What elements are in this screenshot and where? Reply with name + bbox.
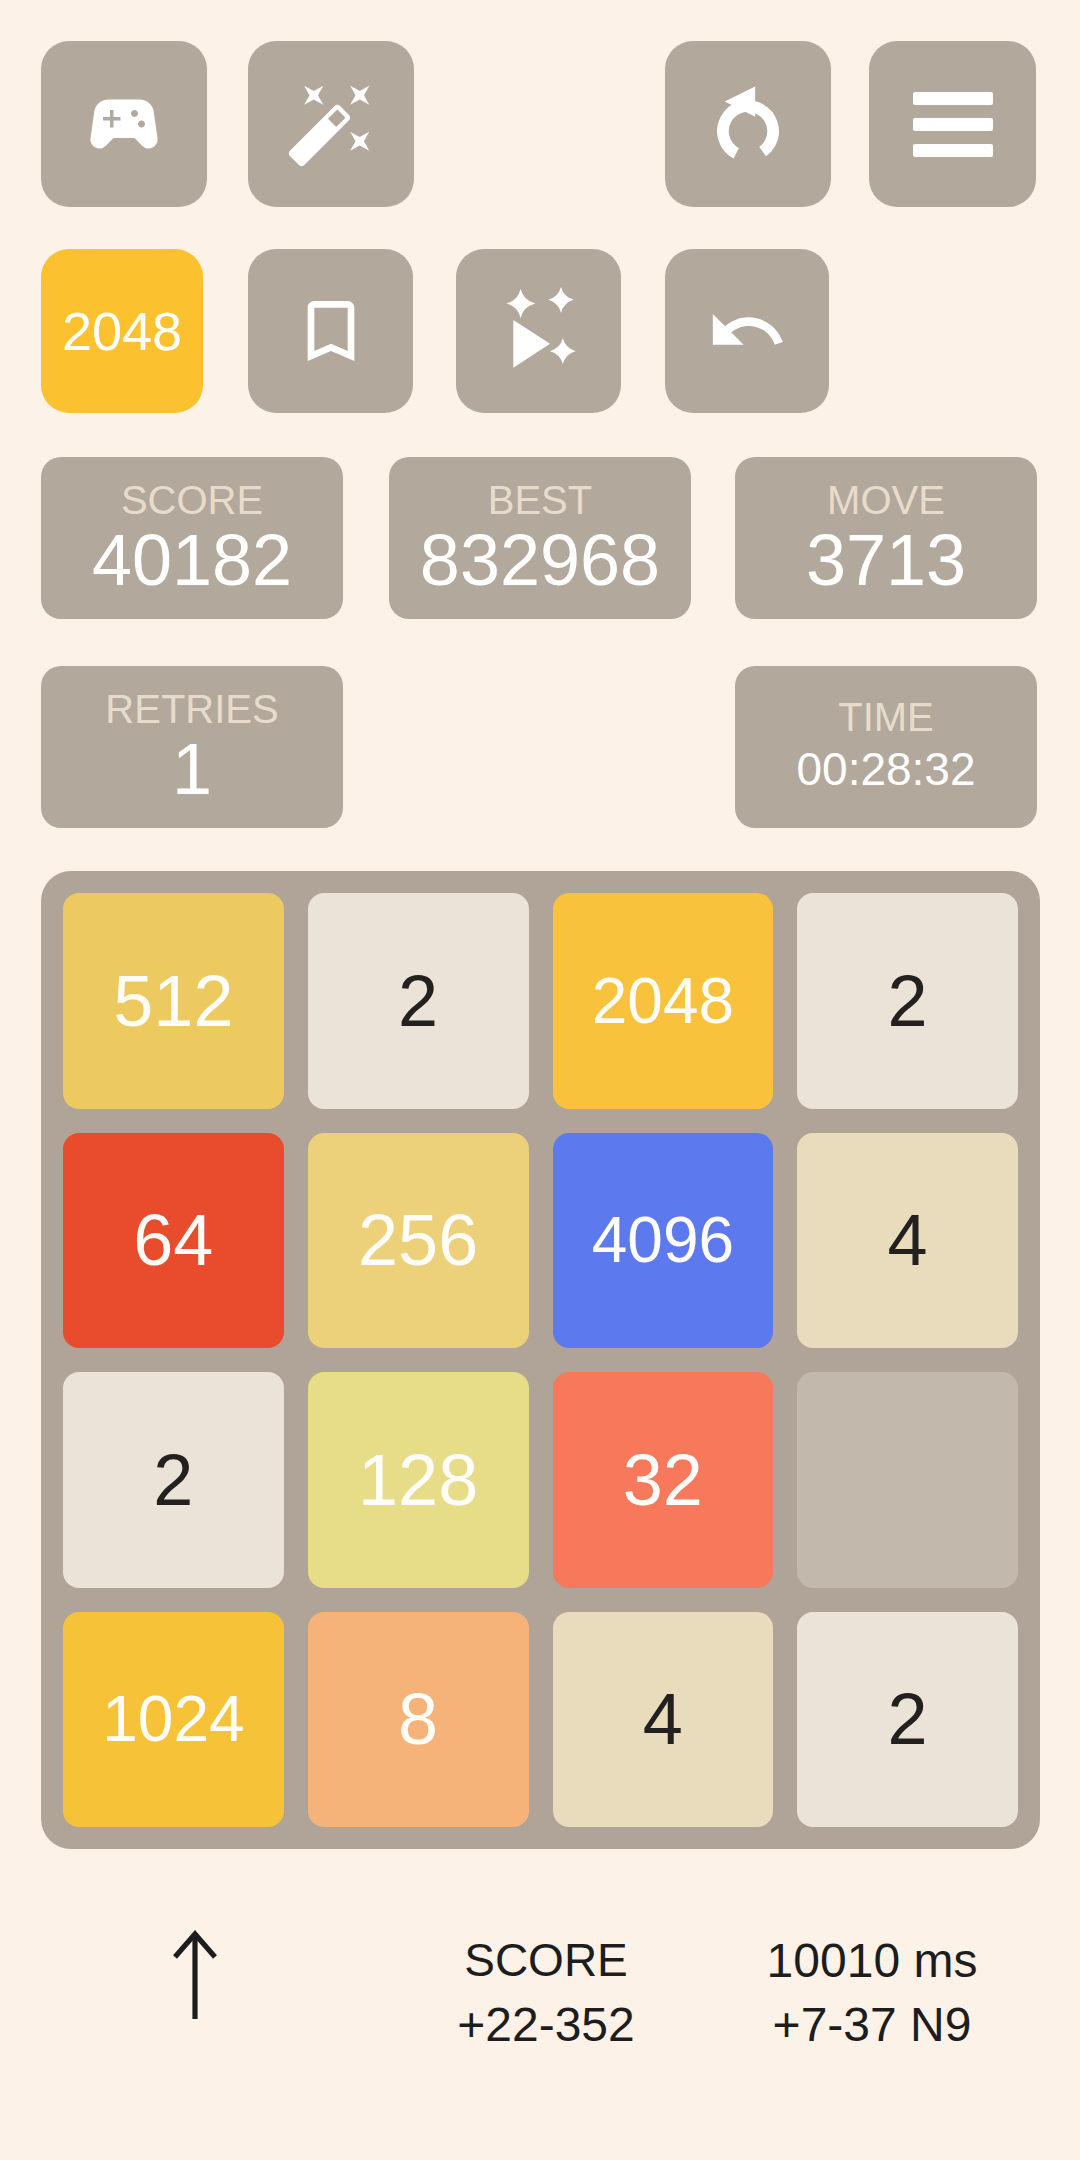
bookmark-button[interactable] [248, 249, 413, 413]
tile-128: 128 [308, 1372, 529, 1588]
board[interactable]: 51222048264256409642128321024842 [41, 871, 1040, 1849]
tile-4096: 4096 [553, 1133, 774, 1349]
tile-value: 512 [113, 965, 233, 1037]
restart-icon [705, 81, 791, 167]
tile-32: 32 [553, 1372, 774, 1588]
tile-value: 8 [398, 1683, 438, 1755]
tile-value: 4 [888, 1204, 928, 1276]
footer-score-block: SCORE +22-352 [396, 1928, 696, 2056]
tile-value: 2048 [592, 969, 734, 1033]
time-label: TIME [838, 694, 934, 740]
move-value: 3713 [806, 523, 966, 599]
score-box: SCORE 40182 [41, 457, 343, 619]
footer-tile-change: +7-37 N9 [773, 1992, 972, 2056]
empty-cell [797, 1372, 1018, 1588]
retries-label: RETRIES [105, 686, 278, 732]
tile-8: 8 [308, 1612, 529, 1828]
retries-value: 1 [172, 732, 212, 808]
tile-value: 1024 [102, 1687, 244, 1751]
up-arrow-icon [163, 1927, 227, 2023]
footer-time-ms: 10010 ms [767, 1928, 978, 1992]
new-game-2048-button[interactable]: 2048 [41, 249, 203, 413]
tile-value: 4096 [592, 1208, 734, 1272]
autoplay-button[interactable] [456, 249, 621, 413]
time-box: TIME 00:28:32 [735, 666, 1037, 828]
gamepad-icon [82, 82, 166, 166]
move-box: MOVE 3713 [735, 457, 1037, 619]
menu-icon [913, 92, 993, 157]
undo-icon [706, 290, 788, 372]
menu-button[interactable] [869, 41, 1036, 207]
best-label: BEST [488, 477, 592, 523]
tile-2048: 2048 [553, 893, 774, 1109]
hint-wand-button[interactable] [248, 41, 414, 207]
new-game-label: 2048 [62, 300, 182, 362]
tile-value: 32 [623, 1444, 703, 1516]
tile-2: 2 [63, 1372, 284, 1588]
tile-value: 256 [358, 1204, 478, 1276]
tile-value: 2 [888, 1683, 928, 1755]
move-label: MOVE [827, 477, 945, 523]
score-label: SCORE [121, 477, 263, 523]
time-value: 00:28:32 [796, 740, 975, 800]
tile-4: 4 [797, 1133, 1018, 1349]
tile-value: 4 [643, 1683, 683, 1755]
best-value: 832968 [420, 523, 660, 599]
bookmark-icon [291, 291, 371, 371]
tile-512: 512 [63, 893, 284, 1109]
tile-value: 128 [358, 1444, 478, 1516]
tile-value: 2 [153, 1444, 193, 1516]
undo-button[interactable] [665, 249, 829, 413]
tile-value: 2 [398, 965, 438, 1037]
autoplay-icon [495, 287, 583, 375]
tile-1024: 1024 [63, 1612, 284, 1828]
tile-2: 2 [797, 1612, 1018, 1828]
tile-64: 64 [63, 1133, 284, 1349]
tile-value: 64 [133, 1204, 213, 1276]
footer-score-label: SCORE [464, 1928, 628, 1992]
tile-4: 4 [553, 1612, 774, 1828]
restart-button[interactable] [665, 41, 831, 207]
footer-time-block: 10010 ms +7-37 N9 [722, 1928, 1022, 2056]
tile-2: 2 [308, 893, 529, 1109]
last-move-arrow [150, 1925, 240, 2025]
tile-256: 256 [308, 1133, 529, 1349]
tile-2: 2 [797, 893, 1018, 1109]
game-mode-button[interactable] [41, 41, 207, 207]
best-box: BEST 832968 [389, 457, 691, 619]
retries-box: RETRIES 1 [41, 666, 343, 828]
footer-score-change: +22-352 [457, 1992, 635, 2056]
score-value: 40182 [92, 523, 292, 599]
magic-wand-icon [285, 78, 377, 170]
tile-value: 2 [888, 965, 928, 1037]
